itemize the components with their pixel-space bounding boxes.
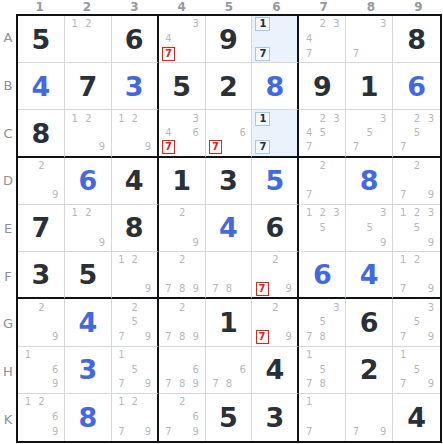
candidate-grid: 78 <box>209 253 250 296</box>
cell-H5[interactable]: 678 <box>206 347 253 394</box>
candidate-1: 1 <box>302 206 316 221</box>
candidate-grid: 678 <box>209 348 250 392</box>
cell-E3[interactable]: 8 <box>112 205 159 252</box>
candidate-grid: 2789 <box>162 300 203 344</box>
cell-C3[interactable]: 129 <box>112 110 159 157</box>
cell-B3[interactable]: 3 <box>112 63 159 110</box>
candidate-grid: 1279 <box>396 253 438 296</box>
candidate-9: 9 <box>141 377 154 392</box>
candidate-5: 5 <box>128 315 141 330</box>
cell-F6[interactable]: 279 <box>252 252 299 299</box>
candidate-7: 7 <box>396 282 410 296</box>
candidate-7-eliminated: 7 <box>209 140 222 154</box>
cell-K4[interactable]: 2679 <box>159 394 206 441</box>
candidate-9: 9 <box>141 282 154 296</box>
cell-C1[interactable]: 8 <box>18 110 65 157</box>
cell-E9[interactable]: 12359 <box>393 205 440 252</box>
candidate-grid: 23457 <box>302 111 343 154</box>
candidate-7-highlighted: 7 <box>255 140 270 154</box>
given-digit: 5 <box>159 63 205 109</box>
cell-C5[interactable]: 67 <box>206 110 253 157</box>
candidate-7: 7 <box>349 140 363 154</box>
candidate-2: 2 <box>316 17 330 32</box>
row-label-B: B <box>0 62 16 110</box>
candidate-8: 8 <box>175 377 189 392</box>
candidate-2: 2 <box>269 253 282 267</box>
candidate-5: 5 <box>410 221 424 236</box>
candidate-9: 9 <box>141 330 154 345</box>
sudoku-app: 123456789 ABCDEFGHK 51263479172347378473… <box>0 0 443 444</box>
cell-E7[interactable]: 1235 <box>299 205 346 252</box>
candidate-7: 7 <box>302 377 316 392</box>
cell-A2[interactable]: 12 <box>65 16 112 63</box>
row-label-E: E <box>0 205 16 253</box>
cell-A1[interactable]: 5 <box>18 16 65 63</box>
cell-G8[interactable]: 6 <box>346 299 393 346</box>
solved-digit: 8 <box>252 63 297 109</box>
candidate-8: 8 <box>175 330 189 345</box>
given-digit: 8 <box>393 16 440 62</box>
candidate-8: 8 <box>316 377 330 392</box>
given-digit: 5 <box>18 16 64 62</box>
cell-G9[interactable]: 3579 <box>393 299 440 346</box>
candidate-1: 1 <box>396 206 410 221</box>
candidate-2: 2 <box>35 395 49 410</box>
candidate-4: 4 <box>162 32 176 47</box>
candidate-grid: 17 <box>255 111 295 154</box>
given-digit: 4 <box>252 347 297 393</box>
candidate-7-eliminated: 7 <box>162 47 175 61</box>
candidate-1: 1 <box>115 111 128 125</box>
candidate-grid: 12 <box>68 17 109 61</box>
cell-A9[interactable]: 8 <box>393 16 440 63</box>
cell-A3[interactable]: 6 <box>112 16 159 63</box>
candidate-2: 2 <box>410 206 424 221</box>
candidate-7: 7 <box>302 46 316 61</box>
candidate-grid: 129 <box>115 111 155 154</box>
candidate-7: 7 <box>162 330 176 345</box>
cell-D8[interactable]: 8 <box>346 158 393 205</box>
candidate-2: 2 <box>316 111 330 125</box>
candidate-3: 3 <box>330 300 344 315</box>
cell-G4[interactable]: 2789 <box>159 299 206 346</box>
given-digit: 8 <box>112 205 157 251</box>
cell-D9[interactable]: 279 <box>393 158 440 205</box>
candidate-7: 7 <box>302 188 316 203</box>
cell-C8[interactable]: 357 <box>346 110 393 157</box>
cell-H6[interactable]: 4 <box>252 347 299 394</box>
candidate-3: 3 <box>376 206 390 221</box>
candidate-grid: 29 <box>162 206 203 250</box>
candidate-grid: 2347 <box>302 17 343 61</box>
candidate-grid: 279 <box>255 253 295 296</box>
candidate-5: 5 <box>410 362 424 377</box>
cell-C9[interactable]: 2357 <box>393 110 440 157</box>
cell-E2[interactable]: 129 <box>65 205 112 252</box>
cell-K1[interactable]: 1269 <box>18 394 65 441</box>
candidate-1: 1 <box>396 348 410 363</box>
candidate-1: 1 <box>302 348 316 363</box>
candidate-1: 1 <box>68 206 82 221</box>
cell-H7[interactable]: 1578 <box>299 347 346 394</box>
candidate-grid: 1269 <box>21 395 62 440</box>
candidate-5: 5 <box>128 362 141 377</box>
given-digit: 3 <box>18 252 64 297</box>
candidate-5: 5 <box>363 126 377 140</box>
candidate-9: 9 <box>376 235 390 250</box>
cell-B5[interactable]: 2 <box>206 63 253 110</box>
candidate-7: 7 <box>349 46 363 61</box>
candidate-grid: 3578 <box>302 300 343 344</box>
cell-H3[interactable]: 1579 <box>112 347 159 394</box>
candidate-8: 8 <box>175 282 189 296</box>
cell-E6[interactable]: 6 <box>252 205 299 252</box>
solved-digit: 4 <box>206 205 252 251</box>
given-digit: 6 <box>252 205 297 251</box>
candidate-6: 6 <box>236 362 250 377</box>
candidate-2: 2 <box>35 159 49 174</box>
candidate-9: 9 <box>424 188 438 203</box>
candidate-grid: 169 <box>21 348 62 392</box>
solved-digit: 4 <box>18 63 64 109</box>
cell-A6[interactable]: 17 <box>252 16 299 63</box>
cell-G3[interactable]: 2579 <box>112 299 159 346</box>
cell-H4[interactable]: 6789 <box>159 347 206 394</box>
solved-digit: 6 <box>393 63 440 109</box>
candidate-2: 2 <box>175 300 189 315</box>
given-digit: 7 <box>18 205 64 251</box>
given-digit: 4 <box>393 394 440 441</box>
candidate-grid: 67 <box>209 111 250 154</box>
candidate-7: 7 <box>396 377 410 392</box>
candidate-3: 3 <box>376 17 390 32</box>
cell-F1[interactable]: 3 <box>18 252 65 299</box>
candidate-2: 2 <box>316 159 330 174</box>
given-digit: 9 <box>206 16 252 62</box>
candidate-9: 9 <box>141 425 154 440</box>
candidate-7: 7 <box>302 140 316 154</box>
candidate-3: 3 <box>424 111 438 125</box>
cell-F7[interactable]: 6 <box>299 252 346 299</box>
cell-C2[interactable]: 129 <box>65 110 112 157</box>
solved-digit: 8 <box>65 394 111 441</box>
candidate-2: 2 <box>128 300 141 315</box>
candidate-2: 2 <box>35 300 49 315</box>
candidate-9: 9 <box>95 140 109 154</box>
candidate-1: 1 <box>21 395 35 410</box>
solved-digit: 6 <box>299 252 345 297</box>
candidate-1: 1 <box>396 253 410 267</box>
candidate-grid: 359 <box>349 206 390 250</box>
candidate-9: 9 <box>189 235 203 250</box>
solved-digit: 3 <box>65 347 111 393</box>
candidate-grid: 17 <box>302 395 343 440</box>
candidate-1: 1 <box>302 395 316 410</box>
given-digit: 3 <box>206 158 252 204</box>
cell-F3[interactable]: 129 <box>112 252 159 299</box>
solved-digit: 3 <box>112 63 157 109</box>
candidate-3: 3 <box>330 206 344 221</box>
row-labels: ABCDEFGHK <box>0 14 16 443</box>
candidate-7-highlighted: 7 <box>255 47 270 61</box>
cell-K5[interactable]: 5 <box>206 394 253 441</box>
row-label-F: F <box>0 252 16 300</box>
given-digit: 9 <box>299 63 345 109</box>
candidate-7-eliminated: 7 <box>256 330 269 344</box>
cell-K2[interactable]: 8 <box>65 394 112 441</box>
candidate-7: 7 <box>209 377 223 392</box>
given-digit: 1 <box>346 63 392 109</box>
candidate-9: 9 <box>424 330 438 345</box>
candidate-9: 9 <box>141 140 154 154</box>
candidate-3: 3 <box>330 111 344 125</box>
candidate-6: 6 <box>189 126 203 140</box>
candidate-7: 7 <box>115 330 128 345</box>
given-digit: 8 <box>18 110 64 155</box>
cell-G6[interactable]: 279 <box>252 299 299 346</box>
candidate-grid: 12359 <box>396 206 438 250</box>
candidate-9: 9 <box>48 188 62 203</box>
cell-A8[interactable]: 37 <box>346 16 393 63</box>
solved-digit: 4 <box>65 299 111 345</box>
candidate-9: 9 <box>48 425 62 440</box>
col-header-7: 7 <box>300 0 347 14</box>
candidate-2: 2 <box>82 111 96 125</box>
cell-G2[interactable]: 4 <box>65 299 112 346</box>
candidate-grid: 129 <box>68 111 109 154</box>
cell-B6[interactable]: 8 <box>252 63 299 110</box>
candidate-9: 9 <box>424 377 438 392</box>
candidate-8: 8 <box>222 282 236 296</box>
candidate-7: 7 <box>302 425 316 440</box>
cell-C6[interactable]: 17 <box>252 110 299 157</box>
cell-A7[interactable]: 2347 <box>299 16 346 63</box>
cell-D7[interactable]: 27 <box>299 158 346 205</box>
candidate-2: 2 <box>316 206 330 221</box>
candidate-2: 2 <box>128 111 141 125</box>
candidate-grid: 2579 <box>115 300 155 344</box>
candidate-3: 3 <box>424 300 438 315</box>
solved-digit: 8 <box>346 158 392 204</box>
candidate-6: 6 <box>48 410 62 425</box>
candidate-1: 1 <box>68 17 82 32</box>
candidate-5: 5 <box>316 362 330 377</box>
cell-K6[interactable]: 3 <box>252 394 299 441</box>
candidate-1: 1 <box>115 348 128 363</box>
candidate-1-highlighted: 1 <box>255 112 270 126</box>
cell-H8[interactable]: 2 <box>346 347 393 394</box>
candidate-grid: 129 <box>115 253 155 296</box>
cell-E8[interactable]: 359 <box>346 205 393 252</box>
candidate-4: 4 <box>302 126 316 140</box>
cell-A5[interactable]: 9 <box>206 16 253 63</box>
cell-B7[interactable]: 9 <box>299 63 346 110</box>
candidate-5: 5 <box>316 315 330 330</box>
candidate-6: 6 <box>189 410 203 425</box>
given-digit: 6 <box>112 16 157 62</box>
sudoku-board: 5126347917234737847352891681291293467671… <box>16 14 442 443</box>
solved-digit: 4 <box>346 252 392 297</box>
candidate-7: 7 <box>209 282 223 296</box>
candidate-grid: 1578 <box>302 348 343 392</box>
candidate-9: 9 <box>48 377 62 392</box>
candidate-1: 1 <box>68 111 82 125</box>
candidate-9: 9 <box>424 282 438 296</box>
candidate-9: 9 <box>189 282 203 296</box>
candidate-8: 8 <box>222 377 236 392</box>
cell-F9[interactable]: 1279 <box>393 252 440 299</box>
candidate-grid: 279 <box>396 159 438 203</box>
row-label-A: A <box>0 14 16 62</box>
candidate-1-highlighted: 1 <box>255 17 270 31</box>
cell-G7[interactable]: 3578 <box>299 299 346 346</box>
cell-H1[interactable]: 169 <box>18 347 65 394</box>
cell-D3[interactable]: 4 <box>112 158 159 205</box>
candidate-2: 2 <box>410 111 424 125</box>
candidate-6: 6 <box>48 362 62 377</box>
candidate-1: 1 <box>115 253 128 267</box>
candidate-grid: 347 <box>162 17 203 61</box>
candidate-6: 6 <box>236 126 250 140</box>
row-label-D: D <box>0 157 16 205</box>
col-header-9: 9 <box>395 0 442 14</box>
cell-F5[interactable]: 78 <box>206 252 253 299</box>
cell-K8[interactable]: 79 <box>346 394 393 441</box>
cell-K3[interactable]: 1279 <box>112 394 159 441</box>
cell-C7[interactable]: 23457 <box>299 110 346 157</box>
cell-D5[interactable]: 3 <box>206 158 253 205</box>
cell-F8[interactable]: 4 <box>346 252 393 299</box>
given-digit: 2 <box>346 347 392 393</box>
cell-B1[interactable]: 4 <box>18 63 65 110</box>
solved-digit: 6 <box>65 158 111 204</box>
candidate-9: 9 <box>189 377 203 392</box>
given-digit: 3 <box>252 394 297 441</box>
cell-D6[interactable]: 5 <box>252 158 299 205</box>
candidate-7: 7 <box>162 282 176 296</box>
solved-digit: 5 <box>252 158 297 204</box>
candidate-grid: 3579 <box>396 300 438 344</box>
cell-G1[interactable]: 29 <box>18 299 65 346</box>
candidate-7-eliminated: 7 <box>162 140 175 154</box>
col-header-6: 6 <box>253 0 300 14</box>
cell-K9[interactable]: 4 <box>393 394 440 441</box>
candidate-9: 9 <box>282 330 295 345</box>
given-digit: 4 <box>112 158 157 204</box>
cell-D4[interactable]: 1 <box>159 158 206 205</box>
cell-E1[interactable]: 7 <box>18 205 65 252</box>
candidate-grid: 29 <box>21 300 62 344</box>
cell-C4[interactable]: 3467 <box>159 110 206 157</box>
candidate-9: 9 <box>189 330 203 345</box>
row-label-H: H <box>0 348 16 396</box>
candidate-9: 9 <box>376 425 390 440</box>
candidate-7: 7 <box>396 330 410 345</box>
cell-A4[interactable]: 347 <box>159 16 206 63</box>
candidate-3: 3 <box>189 111 203 125</box>
candidate-grid: 2679 <box>162 395 203 440</box>
candidate-9: 9 <box>282 282 295 296</box>
candidate-2: 2 <box>82 17 96 32</box>
cell-B9[interactable]: 6 <box>393 63 440 110</box>
candidate-2: 2 <box>128 395 141 410</box>
candidate-grid: 17 <box>255 17 295 61</box>
candidate-grid: 3467 <box>162 111 203 154</box>
candidate-grid: 37 <box>349 17 390 61</box>
col-header-2: 2 <box>63 0 110 14</box>
cell-B8[interactable]: 1 <box>346 63 393 110</box>
candidate-7: 7 <box>396 140 410 154</box>
given-digit: 7 <box>65 63 111 109</box>
candidate-grid: 2357 <box>396 111 438 154</box>
candidate-2: 2 <box>175 395 189 410</box>
candidate-5: 5 <box>316 221 330 236</box>
candidate-3: 3 <box>424 206 438 221</box>
cell-D2[interactable]: 6 <box>65 158 112 205</box>
candidate-6: 6 <box>189 362 203 377</box>
cell-D1[interactable]: 29 <box>18 158 65 205</box>
cell-B4[interactable]: 5 <box>159 63 206 110</box>
candidate-grid: 1579 <box>396 348 438 392</box>
candidate-7: 7 <box>349 425 363 440</box>
cell-K7[interactable]: 17 <box>299 394 346 441</box>
candidate-9: 9 <box>424 235 438 250</box>
col-header-8: 8 <box>347 0 394 14</box>
candidate-9: 9 <box>95 235 109 250</box>
candidate-3: 3 <box>189 17 203 32</box>
candidate-7: 7 <box>302 330 316 345</box>
candidate-grid: 357 <box>349 111 390 154</box>
cell-B2[interactable]: 7 <box>65 63 112 110</box>
candidate-5: 5 <box>410 126 424 140</box>
candidate-9: 9 <box>189 425 203 440</box>
candidate-grid: 6789 <box>162 348 203 392</box>
given-digit: 6 <box>346 299 392 345</box>
given-digit: 5 <box>65 252 111 297</box>
candidate-2: 2 <box>410 253 424 267</box>
candidate-7: 7 <box>396 188 410 203</box>
cell-G5[interactable]: 1 <box>206 299 253 346</box>
cell-H2[interactable]: 3 <box>65 347 112 394</box>
candidate-grid: 1579 <box>115 348 155 392</box>
candidate-2: 2 <box>269 300 282 315</box>
cell-E5[interactable]: 4 <box>206 205 253 252</box>
cell-H9[interactable]: 1579 <box>393 347 440 394</box>
candidate-2: 2 <box>82 206 96 221</box>
cell-E4[interactable]: 29 <box>159 205 206 252</box>
given-digit: 2 <box>206 63 252 109</box>
given-digit: 5 <box>206 394 252 441</box>
col-header-3: 3 <box>111 0 158 14</box>
col-header-4: 4 <box>158 0 205 14</box>
column-headers: 123456789 <box>16 0 442 14</box>
candidate-7: 7 <box>162 425 176 440</box>
candidate-1: 1 <box>115 395 128 410</box>
col-header-1: 1 <box>16 0 63 14</box>
cell-F4[interactable]: 2789 <box>159 252 206 299</box>
candidate-4: 4 <box>162 126 176 140</box>
candidate-5: 5 <box>363 221 377 236</box>
candidate-1: 1 <box>21 348 35 363</box>
candidate-grid: 79 <box>349 395 390 440</box>
candidate-grid: 2789 <box>162 253 203 296</box>
candidate-3: 3 <box>330 17 344 32</box>
candidate-7-eliminated: 7 <box>256 282 269 296</box>
candidate-4: 4 <box>302 32 316 47</box>
candidate-8: 8 <box>316 330 330 345</box>
cell-F2[interactable]: 5 <box>65 252 112 299</box>
candidate-7: 7 <box>115 425 128 440</box>
